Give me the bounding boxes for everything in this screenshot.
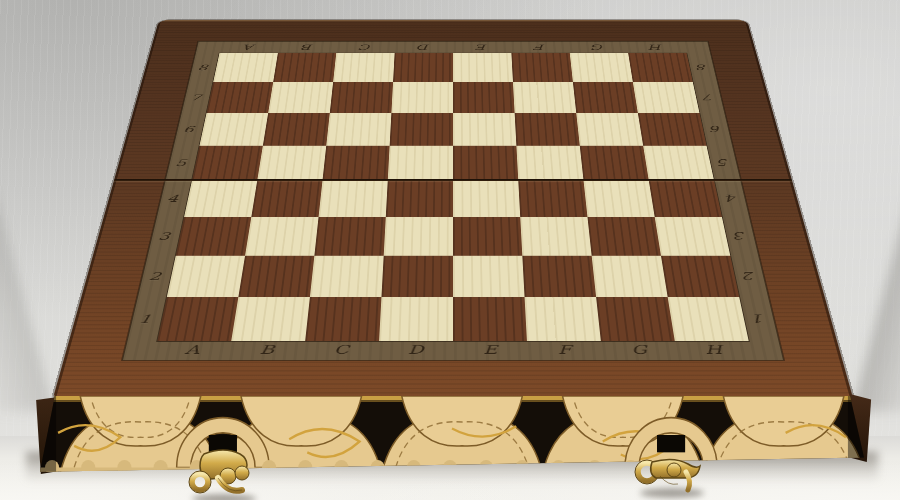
file-label-bottom-a: A <box>153 340 231 359</box>
square-g2[interactable] <box>592 256 668 297</box>
square-c6[interactable] <box>326 113 391 146</box>
square-f7[interactable] <box>513 82 576 113</box>
square-b7[interactable] <box>268 82 333 113</box>
square-g4[interactable] <box>583 180 654 217</box>
file-label-bottom-e: E <box>453 340 528 359</box>
square-g3[interactable] <box>587 217 661 256</box>
square-b4[interactable] <box>251 180 322 217</box>
square-c1[interactable] <box>305 297 381 341</box>
square-h1[interactable] <box>668 297 749 341</box>
hinge-seam <box>114 179 792 181</box>
square-e6[interactable] <box>453 113 516 146</box>
square-c4[interactable] <box>319 180 388 217</box>
square-a5[interactable] <box>192 146 263 181</box>
square-d8[interactable] <box>393 53 453 82</box>
file-label-top-g: G <box>568 41 628 53</box>
square-c2[interactable] <box>310 256 384 297</box>
square-b2[interactable] <box>238 256 314 297</box>
square-b5[interactable] <box>257 146 326 181</box>
square-g8[interactable] <box>570 53 633 82</box>
square-h2[interactable] <box>661 256 739 297</box>
brass-latch-right <box>634 442 704 496</box>
square-g6[interactable] <box>576 113 643 146</box>
square-d3[interactable] <box>384 217 453 256</box>
square-f6[interactable] <box>515 113 580 146</box>
square-d5[interactable] <box>388 146 453 181</box>
chessboard: AA88BB77CC66DD55EE44FF33GG22HH11 <box>53 20 853 398</box>
file-label-top-c: C <box>336 41 395 53</box>
square-e4[interactable] <box>453 180 520 217</box>
square-e7[interactable] <box>453 82 515 113</box>
square-c8[interactable] <box>333 53 395 82</box>
chessboard-grid <box>157 53 748 341</box>
square-f8[interactable] <box>511 53 573 82</box>
square-e3[interactable] <box>453 217 522 256</box>
square-b6[interactable] <box>263 113 330 146</box>
square-h7[interactable] <box>633 82 700 113</box>
square-a6[interactable] <box>199 113 268 146</box>
square-e2[interactable] <box>453 256 525 297</box>
brass-latch-left <box>188 446 258 500</box>
square-c3[interactable] <box>314 217 385 256</box>
square-f4[interactable] <box>518 180 587 217</box>
square-g5[interactable] <box>580 146 649 181</box>
chessboard-anchor: AA88BB77CC66DD55EE44FF33GG22HH11 <box>53 0 853 398</box>
square-a3[interactable] <box>176 217 252 256</box>
square-d7[interactable] <box>391 82 453 113</box>
square-a4[interactable] <box>184 180 257 217</box>
file-label-top-f: F <box>511 41 570 53</box>
square-f2[interactable] <box>522 256 596 297</box>
square-f5[interactable] <box>516 146 583 181</box>
file-label-bottom-d: D <box>378 340 453 359</box>
square-h8[interactable] <box>628 53 693 82</box>
square-h6[interactable] <box>638 113 707 146</box>
square-d6[interactable] <box>390 113 453 146</box>
square-h4[interactable] <box>649 180 722 217</box>
square-a7[interactable] <box>207 82 274 113</box>
file-label-bottom-g: G <box>601 340 678 359</box>
square-e8[interactable] <box>453 53 513 82</box>
square-g7[interactable] <box>573 82 638 113</box>
square-e5[interactable] <box>453 146 518 181</box>
square-c5[interactable] <box>323 146 390 181</box>
square-h5[interactable] <box>643 146 714 181</box>
square-d4[interactable] <box>386 180 453 217</box>
file-label-bottom-b: B <box>228 340 305 359</box>
photo-of-folding-chess-box: AA88BB77CC66DD55EE44FF33GG22HH11 <box>0 0 900 500</box>
file-label-top-a: A <box>219 41 279 53</box>
square-f1[interactable] <box>525 297 601 341</box>
square-d1[interactable] <box>379 297 453 341</box>
file-label-top-b: B <box>278 41 338 53</box>
square-a1[interactable] <box>157 297 238 341</box>
square-e1[interactable] <box>453 297 527 341</box>
square-f3[interactable] <box>520 217 591 256</box>
square-d2[interactable] <box>381 256 453 297</box>
square-a2[interactable] <box>167 256 245 297</box>
file-label-top-e: E <box>453 41 511 53</box>
square-b3[interactable] <box>245 217 319 256</box>
file-label-bottom-f: F <box>527 340 603 359</box>
square-b1[interactable] <box>231 297 310 341</box>
file-label-bottom-h: H <box>675 340 753 359</box>
square-c7[interactable] <box>330 82 393 113</box>
square-g1[interactable] <box>596 297 675 341</box>
square-a8[interactable] <box>213 53 278 82</box>
square-h3[interactable] <box>655 217 731 256</box>
file-label-top-d: D <box>395 41 453 53</box>
square-b8[interactable] <box>273 53 336 82</box>
file-label-bottom-c: C <box>303 340 379 359</box>
file-label-top-h: H <box>626 41 686 53</box>
